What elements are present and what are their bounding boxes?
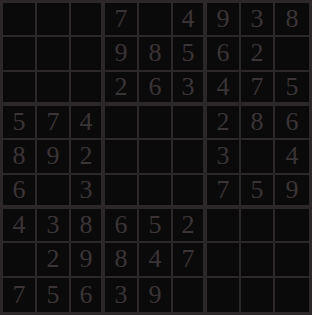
sudoku-board: 7493898562263475574286892346375943865229… (0, 0, 312, 315)
cell-r7c7[interactable] (207, 209, 241, 243)
cell-r5c9[interactable]: 4 (275, 140, 309, 174)
cell-r3c4[interactable]: 2 (105, 72, 139, 106)
cell-r9c3[interactable]: 6 (71, 278, 105, 312)
cell-r1c7[interactable]: 9 (207, 3, 241, 37)
cell-r6c5[interactable] (139, 175, 173, 209)
cell-r3c3[interactable] (71, 72, 105, 106)
cell-r1c6[interactable]: 4 (173, 3, 207, 37)
cell-r9c1[interactable]: 7 (3, 278, 37, 312)
cell-r8c3[interactable]: 9 (71, 243, 105, 277)
cell-r5c3[interactable]: 2 (71, 140, 105, 174)
cell-r3c2[interactable] (37, 72, 71, 106)
cell-r5c8[interactable] (241, 140, 275, 174)
cell-r4c8[interactable]: 8 (241, 106, 275, 140)
cell-r6c3[interactable]: 3 (71, 175, 105, 209)
cell-r7c3[interactable]: 8 (71, 209, 105, 243)
cell-r6c8[interactable]: 5 (241, 175, 275, 209)
cell-r5c6[interactable] (173, 140, 207, 174)
cell-r6c9[interactable]: 9 (275, 175, 309, 209)
cell-r1c2[interactable] (37, 3, 71, 37)
cell-r4c1[interactable]: 5 (3, 106, 37, 140)
cell-r5c4[interactable] (105, 140, 139, 174)
cell-r5c5[interactable] (139, 140, 173, 174)
cell-r7c1[interactable]: 4 (3, 209, 37, 243)
cell-r4c9[interactable]: 6 (275, 106, 309, 140)
cell-r8c7[interactable] (207, 243, 241, 277)
cell-r6c4[interactable] (105, 175, 139, 209)
cell-r2c1[interactable] (3, 37, 37, 71)
cell-r2c9[interactable] (275, 37, 309, 71)
cell-r3c1[interactable] (3, 72, 37, 106)
cell-r9c8[interactable] (241, 278, 275, 312)
cell-r9c2[interactable]: 5 (37, 278, 71, 312)
cell-r4c4[interactable] (105, 106, 139, 140)
cell-r4c3[interactable]: 4 (71, 106, 105, 140)
cell-r1c4[interactable]: 7 (105, 3, 139, 37)
cell-r2c4[interactable]: 9 (105, 37, 139, 71)
cell-r8c1[interactable] (3, 243, 37, 277)
cell-r1c1[interactable] (3, 3, 37, 37)
cell-r6c1[interactable]: 6 (3, 175, 37, 209)
cell-r5c2[interactable]: 9 (37, 140, 71, 174)
cell-r3c6[interactable]: 3 (173, 72, 207, 106)
cell-r7c4[interactable]: 6 (105, 209, 139, 243)
cell-r7c6[interactable]: 2 (173, 209, 207, 243)
cell-r3c8[interactable]: 7 (241, 72, 275, 106)
cell-r3c9[interactable]: 5 (275, 72, 309, 106)
cell-r2c3[interactable] (71, 37, 105, 71)
cell-r6c2[interactable] (37, 175, 71, 209)
cell-r9c7[interactable] (207, 278, 241, 312)
cell-r2c5[interactable]: 8 (139, 37, 173, 71)
cell-r7c9[interactable] (275, 209, 309, 243)
cell-r8c5[interactable]: 4 (139, 243, 173, 277)
cell-r7c5[interactable]: 5 (139, 209, 173, 243)
cell-r1c3[interactable] (71, 3, 105, 37)
cell-r8c9[interactable] (275, 243, 309, 277)
cell-r4c7[interactable]: 2 (207, 106, 241, 140)
cell-r1c5[interactable] (139, 3, 173, 37)
cell-r8c6[interactable]: 7 (173, 243, 207, 277)
cell-r6c6[interactable] (173, 175, 207, 209)
cell-r5c1[interactable]: 8 (3, 140, 37, 174)
cell-r6c7[interactable]: 7 (207, 175, 241, 209)
cell-r3c5[interactable]: 6 (139, 72, 173, 106)
cell-r4c2[interactable]: 7 (37, 106, 71, 140)
cell-r2c7[interactable]: 6 (207, 37, 241, 71)
cell-r2c8[interactable]: 2 (241, 37, 275, 71)
cell-r5c7[interactable]: 3 (207, 140, 241, 174)
cell-r8c8[interactable] (241, 243, 275, 277)
cell-r7c8[interactable] (241, 209, 275, 243)
cell-r2c6[interactable]: 5 (173, 37, 207, 71)
cell-r1c9[interactable]: 8 (275, 3, 309, 37)
cell-r8c2[interactable]: 2 (37, 243, 71, 277)
cell-r2c2[interactable] (37, 37, 71, 71)
cell-r1c8[interactable]: 3 (241, 3, 275, 37)
cell-r9c5[interactable]: 9 (139, 278, 173, 312)
cell-r4c6[interactable] (173, 106, 207, 140)
cell-r8c4[interactable]: 8 (105, 243, 139, 277)
cell-r9c9[interactable] (275, 278, 309, 312)
cell-r4c5[interactable] (139, 106, 173, 140)
cell-r7c2[interactable]: 3 (37, 209, 71, 243)
cell-r9c6[interactable] (173, 278, 207, 312)
cell-r9c4[interactable]: 3 (105, 278, 139, 312)
cell-r3c7[interactable]: 4 (207, 72, 241, 106)
